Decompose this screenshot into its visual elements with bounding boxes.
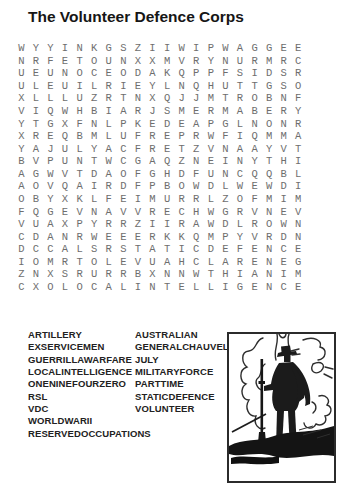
- grid-cell-r16c13: Q: [189, 231, 204, 244]
- grid-cell-r4c1: U: [14, 80, 29, 93]
- grid-cell-r1c12: W: [174, 42, 189, 55]
- grid-cell-r20c19: C: [276, 281, 291, 294]
- grid-cell-r6c3: Q: [43, 105, 58, 118]
- grid-cell-r9c2: A: [29, 143, 44, 156]
- grid-cell-r19c16: I: [233, 268, 248, 281]
- grid-cell-r2c18: M: [262, 55, 277, 68]
- grid-cell-r16c18: R: [262, 231, 277, 244]
- grid-cell-r13c19: I: [276, 193, 291, 206]
- grid-cell-r20c17: E: [247, 281, 262, 294]
- grid-cell-r20c16: G: [233, 281, 248, 294]
- grid-cell-r4c9: E: [131, 80, 146, 93]
- grid-cell-r1c19: E: [276, 42, 291, 55]
- grid-cell-r13c15: Z: [218, 193, 233, 206]
- grid-cell-r11c20: L: [291, 168, 306, 181]
- grid-cell-r9c5: L: [72, 143, 87, 156]
- grid-cell-r15c11: I: [160, 218, 175, 231]
- word-list-item: WORLDWARII: [28, 415, 151, 427]
- grid-cell-r16c12: K: [174, 231, 189, 244]
- grid-cell-r2c1: N: [14, 55, 29, 68]
- grid-cell-r10c20: I: [291, 155, 306, 168]
- grid-cell-r14c16: R: [233, 206, 248, 219]
- grid-cell-r14c17: V: [247, 206, 262, 219]
- grid-cell-r20c8: L: [116, 281, 131, 294]
- grid-cell-r5c12: J: [174, 92, 189, 105]
- grid-cell-r5c4: L: [58, 92, 73, 105]
- grid-cell-r20c14: L: [204, 281, 219, 294]
- grid-cell-r18c17: E: [247, 256, 262, 269]
- grid-cell-r11c11: H: [160, 168, 175, 181]
- grid-cell-r15c15: D: [218, 218, 233, 231]
- grid-cell-r11c15: N: [218, 168, 233, 181]
- grid-cell-r15c2: U: [29, 218, 44, 231]
- grid-cell-r13c2: B: [29, 193, 44, 206]
- grid-cell-r5c11: Q: [160, 92, 175, 105]
- grid-cell-r19c20: M: [291, 268, 306, 281]
- grid-cell-r14c7: A: [101, 206, 116, 219]
- grid-cell-r4c6: L: [87, 80, 102, 93]
- grid-cell-r12c7: R: [101, 180, 116, 193]
- grid-cell-r3c9: D: [131, 67, 146, 80]
- grid-cell-r6c15: M: [218, 105, 233, 118]
- grid-cell-r13c16: O: [233, 193, 248, 206]
- grid-cell-r7c5: F: [72, 117, 87, 130]
- grid-cell-r1c10: I: [145, 42, 160, 55]
- grid-cell-r20c9: I: [131, 281, 146, 294]
- grid-cell-r19c12: N: [174, 268, 189, 281]
- grid-cell-r6c6: B: [87, 105, 102, 118]
- grid-cell-r10c1: B: [14, 155, 29, 168]
- grid-cell-r4c15: U: [218, 80, 233, 93]
- grid-cell-r11c4: V: [58, 168, 73, 181]
- grid-cell-r1c16: A: [233, 42, 248, 55]
- grid-cell-r8c12: P: [174, 130, 189, 143]
- grid-cell-r12c14: D: [204, 180, 219, 193]
- grid-cell-r5c15: T: [218, 92, 233, 105]
- grid-cell-r14c5: V: [72, 206, 87, 219]
- grid-cell-r1c14: P: [204, 42, 219, 55]
- grid-cell-r7c13: A: [189, 117, 204, 130]
- grid-cell-r3c13: P: [189, 67, 204, 80]
- grid-cell-r3c1: U: [14, 67, 29, 80]
- grid-cell-r19c15: H: [218, 268, 233, 281]
- grid-cell-r12c4: Q: [58, 180, 73, 193]
- grid-cell-r8c13: R: [189, 130, 204, 143]
- grid-cell-r1c7: G: [101, 42, 116, 55]
- grid-cell-r4c12: N: [174, 80, 189, 93]
- grid-cell-r20c20: E: [291, 281, 306, 294]
- grid-cell-r15c7: R: [101, 218, 116, 231]
- grid-cell-r1c8: S: [116, 42, 131, 55]
- grid-cell-r20c12: E: [174, 281, 189, 294]
- grid-cell-r1c18: G: [262, 42, 277, 55]
- grid-cell-r12c3: V: [43, 180, 58, 193]
- grid-cell-r6c18: E: [262, 105, 277, 118]
- grid-cell-r5c1: X: [14, 92, 29, 105]
- grid-cell-r18c2: O: [29, 256, 44, 269]
- grid-cell-r20c2: X: [29, 281, 44, 294]
- grid-cell-r12c17: E: [247, 180, 262, 193]
- grid-cell-r6c5: H: [72, 105, 87, 118]
- grid-cell-r5c7: R: [101, 92, 116, 105]
- grid-cell-r13c6: L: [87, 193, 102, 206]
- grid-cell-r17c5: L: [72, 243, 87, 256]
- grid-cell-r4c3: E: [43, 80, 58, 93]
- grid-cell-r16c6: W: [87, 231, 102, 244]
- grid-cell-r10c10: A: [145, 155, 160, 168]
- grid-cell-r8c10: R: [145, 130, 160, 143]
- grid-cell-r11c2: G: [29, 168, 44, 181]
- grid-cell-r1c5: N: [72, 42, 87, 55]
- grid-cell-r6c8: A: [116, 105, 131, 118]
- grid-cell-r16c9: E: [131, 231, 146, 244]
- grid-cell-r3c7: E: [101, 67, 116, 80]
- grid-cell-r17c20: E: [291, 243, 306, 256]
- grid-cell-r2c8: N: [116, 55, 131, 68]
- grid-cell-r10c13: N: [189, 155, 204, 168]
- grid-cell-r19c2: N: [29, 268, 44, 281]
- grid-cell-r17c6: S: [87, 243, 102, 256]
- grid-cell-r5c17: O: [247, 92, 262, 105]
- word-list-item: AUSTRALIAN: [135, 329, 229, 341]
- grid-cell-r3c12: Q: [174, 67, 189, 80]
- grid-cell-r16c20: N: [291, 231, 306, 244]
- grid-cell-r10c18: T: [262, 155, 277, 168]
- grid-cell-r9c14: V: [204, 143, 219, 156]
- grid-cell-r2c9: X: [131, 55, 146, 68]
- grid-cell-r13c4: X: [58, 193, 73, 206]
- grid-cell-r5c19: N: [276, 92, 291, 105]
- grid-cell-r18c5: T: [72, 256, 87, 269]
- grid-cell-r7c12: E: [174, 117, 189, 130]
- grid-cell-r11c18: Q: [262, 168, 277, 181]
- grid-cell-r3c11: K: [160, 67, 175, 80]
- grid-cell-r15c20: N: [291, 218, 306, 231]
- grid-cell-r3c2: E: [29, 67, 44, 80]
- grid-cell-r2c3: F: [43, 55, 58, 68]
- grid-cell-r12c8: D: [116, 180, 131, 193]
- grid-cell-r10c4: U: [58, 155, 73, 168]
- grid-cell-r2c16: U: [233, 55, 248, 68]
- grid-cell-r17c17: E: [247, 243, 262, 256]
- grid-cell-r1c17: G: [247, 42, 262, 55]
- grid-cell-r8c2: R: [29, 130, 44, 143]
- grid-cell-r5c2: L: [29, 92, 44, 105]
- grid-cell-r5c18: B: [262, 92, 277, 105]
- grid-cell-r12c15: L: [218, 180, 233, 193]
- grid-cell-r14c4: E: [58, 206, 73, 219]
- grid-cell-r17c12: I: [174, 243, 189, 256]
- grid-cell-r2c2: R: [29, 55, 44, 68]
- grid-cell-r12c18: W: [262, 180, 277, 193]
- grid-cell-r11c8: O: [116, 168, 131, 181]
- word-list-item: ARTILLERY: [28, 329, 151, 341]
- grid-cell-r19c8: R: [116, 268, 131, 281]
- grid-cell-r9c13: Z: [189, 143, 204, 156]
- grid-cell-r17c3: C: [43, 243, 58, 256]
- grid-cell-r7c4: X: [58, 117, 73, 130]
- grid-cell-r16c5: R: [72, 231, 87, 244]
- grid-cell-r6c2: I: [29, 105, 44, 118]
- grid-cell-r9c19: V: [276, 143, 291, 156]
- grid-cell-r2c13: R: [189, 55, 204, 68]
- grid-cell-r7c14: P: [204, 117, 219, 130]
- grid-cell-r4c7: R: [101, 80, 116, 93]
- grid-cell-r16c4: N: [58, 231, 73, 244]
- grid-cell-r5c5: U: [72, 92, 87, 105]
- word-list-item: GUERRILLAWARFARE: [28, 354, 151, 366]
- grid-cell-r7c6: N: [87, 117, 102, 130]
- grid-cell-r2c7: U: [101, 55, 116, 68]
- grid-cell-r9c16: A: [233, 143, 248, 156]
- grid-cell-r18c1: I: [14, 256, 29, 269]
- grid-cell-r18c15: A: [218, 256, 233, 269]
- grid-cell-r4c19: S: [276, 80, 291, 93]
- grid-cell-r12c11: B: [160, 180, 175, 193]
- grid-cell-r9c6: Y: [87, 143, 102, 156]
- grid-cell-r16c17: V: [247, 231, 262, 244]
- grid-cell-r19c6: U: [87, 268, 102, 281]
- grid-cell-r4c14: H: [204, 80, 219, 93]
- word-list-item: VOLUNTEER: [135, 403, 229, 415]
- grid-cell-r9c17: A: [247, 143, 262, 156]
- grid-cell-r16c1: C: [14, 231, 29, 244]
- grid-cell-r4c16: T: [233, 80, 248, 93]
- grid-cell-r14c10: R: [145, 206, 160, 219]
- grid-cell-r19c10: X: [145, 268, 160, 281]
- grid-cell-r14c2: Q: [29, 206, 44, 219]
- grid-cell-r5c13: J: [189, 92, 204, 105]
- grid-cell-r5c10: X: [145, 92, 160, 105]
- grid-cell-r14c20: V: [291, 206, 306, 219]
- grid-cell-r14c11: E: [160, 206, 175, 219]
- grid-cell-r1c13: I: [189, 42, 204, 55]
- grid-cell-r10c6: T: [87, 155, 102, 168]
- grid-cell-r10c3: P: [43, 155, 58, 168]
- grid-cell-r8c14: W: [204, 130, 219, 143]
- grid-cell-r15c10: I: [145, 218, 160, 231]
- grid-cell-r20c15: I: [218, 281, 233, 294]
- grid-cell-r15c8: R: [116, 218, 131, 231]
- grid-cell-r14c14: W: [204, 206, 219, 219]
- grid-cell-r17c18: N: [262, 243, 277, 256]
- grid-cell-r10c12: Z: [174, 155, 189, 168]
- grid-cell-r2c19: R: [276, 55, 291, 68]
- grid-cell-r18c9: V: [131, 256, 146, 269]
- word-list-item: GENERALCHAUVEL: [135, 341, 229, 353]
- grid-cell-r20c7: A: [101, 281, 116, 294]
- grid-cell-r17c19: C: [276, 243, 291, 256]
- grid-cell-r4c11: L: [160, 80, 175, 93]
- grid-cell-r6c13: E: [189, 105, 204, 118]
- grid-cell-r15c12: R: [174, 218, 189, 231]
- grid-cell-r4c10: Y: [145, 80, 160, 93]
- rifle: [258, 359, 267, 448]
- grid-cell-r18c19: E: [276, 256, 291, 269]
- grid-cell-r18c13: C: [189, 256, 204, 269]
- grid-cell-r15c13: A: [189, 218, 204, 231]
- grid-cell-r10c17: Y: [247, 155, 262, 168]
- grid-cell-r9c9: F: [131, 143, 146, 156]
- grid-cell-r9c7: A: [101, 143, 116, 156]
- grid-cell-r16c19: D: [276, 231, 291, 244]
- grid-cell-r3c14: P: [204, 67, 219, 80]
- grid-cell-r9c18: Y: [262, 143, 277, 156]
- grid-cell-r13c14: L: [204, 193, 219, 206]
- grid-cell-r8c11: E: [160, 130, 175, 143]
- grid-cell-r8c15: F: [218, 130, 233, 143]
- grid-cell-r12c16: W: [233, 180, 248, 193]
- grid-cell-r1c15: W: [218, 42, 233, 55]
- grid-cell-r3c15: F: [218, 67, 233, 80]
- grid-cell-r11c13: F: [189, 168, 204, 181]
- grid-cell-r19c14: T: [204, 268, 219, 281]
- grid-cell-r19c4: S: [58, 268, 73, 281]
- grid-cell-r15c1: V: [14, 218, 29, 231]
- grid-cell-r8c20: A: [291, 130, 306, 143]
- grid-cell-r16c3: A: [43, 231, 58, 244]
- grid-cell-r9c11: E: [160, 143, 175, 156]
- grid-cell-r18c20: G: [291, 256, 306, 269]
- grid-cell-r15c18: O: [262, 218, 277, 231]
- grid-cell-r15c17: R: [247, 218, 262, 231]
- grid-cell-r19c1: Z: [14, 268, 29, 281]
- grid-cell-r5c14: M: [204, 92, 219, 105]
- grid-cell-r13c10: M: [145, 193, 160, 206]
- grid-cell-r16c10: R: [145, 231, 160, 244]
- word-list-item: VDC: [28, 403, 151, 415]
- grid-cell-r5c8: T: [116, 92, 131, 105]
- grid-cell-r14c3: G: [43, 206, 58, 219]
- grid-cell-r1c1: W: [14, 42, 29, 55]
- grid-cell-r5c20: F: [291, 92, 306, 105]
- grid-cell-r7c8: P: [116, 117, 131, 130]
- grid-cell-r16c7: E: [101, 231, 116, 244]
- grid-cell-r19c18: N: [262, 268, 277, 281]
- grid-cell-r16c15: P: [218, 231, 233, 244]
- grid-cell-r11c3: W: [43, 168, 58, 181]
- grid-cell-r15c6: Y: [87, 218, 102, 231]
- grid-cell-r2c6: O: [87, 55, 102, 68]
- word-search-grid: WYYINKGSZIIWIPWAGGEENRFETOUNXXMVRYNURMRC…: [14, 42, 306, 294]
- page-title: The Volunteer Defence Corps: [28, 8, 244, 26]
- grid-cell-r3c10: A: [145, 67, 160, 80]
- grid-cell-r3c20: R: [291, 67, 306, 80]
- grid-cell-r1c2: Y: [29, 42, 44, 55]
- grid-cell-r9c15: N: [218, 143, 233, 156]
- grid-cell-r19c17: A: [247, 268, 262, 281]
- grid-cell-r2c10: X: [145, 55, 160, 68]
- grid-cell-r5c9: N: [131, 92, 146, 105]
- grid-cell-r8c9: F: [131, 130, 146, 143]
- grid-cell-r3c16: S: [233, 67, 248, 80]
- grid-cell-r6c9: R: [131, 105, 146, 118]
- grid-cell-r11c19: B: [276, 168, 291, 181]
- grid-cell-r18c12: H: [174, 256, 189, 269]
- grid-cell-r13c7: F: [101, 193, 116, 206]
- grid-cell-r13c13: R: [189, 193, 204, 206]
- grid-cell-r17c9: T: [131, 243, 146, 256]
- grid-cell-r13c1: O: [14, 193, 29, 206]
- grid-cell-r6c7: I: [101, 105, 116, 118]
- grid-cell-r11c17: Q: [247, 168, 262, 181]
- grid-cell-r18c11: A: [160, 256, 175, 269]
- grid-cell-r17c11: T: [160, 243, 175, 256]
- grid-cell-r17c15: E: [218, 243, 233, 256]
- grid-cell-r11c6: D: [87, 168, 102, 181]
- grid-cell-r8c18: M: [262, 130, 277, 143]
- grid-cell-r9c12: T: [174, 143, 189, 156]
- grid-cell-r19c19: I: [276, 268, 291, 281]
- grid-cell-r14c1: F: [14, 206, 29, 219]
- grid-cell-r7c7: L: [101, 117, 116, 130]
- word-list-item: JULY: [135, 354, 229, 366]
- grid-cell-r19c5: R: [72, 268, 87, 281]
- grid-cell-r10c14: E: [204, 155, 219, 168]
- worksheet-page: The Volunteer Defence Corps WYYINKGSZIIW…: [0, 0, 353, 500]
- grid-cell-r13c5: K: [72, 193, 87, 206]
- grid-cell-r10c11: Q: [160, 155, 175, 168]
- grid-cell-r13c20: M: [291, 193, 306, 206]
- grid-cell-r15c9: Z: [131, 218, 146, 231]
- grid-cell-r6c19: R: [276, 105, 291, 118]
- grid-cell-r17c2: C: [29, 243, 44, 256]
- grid-cell-r9c10: R: [145, 143, 160, 156]
- grid-cell-r11c16: C: [233, 168, 248, 181]
- grid-cell-r7c10: E: [145, 117, 160, 130]
- grid-cell-r15c4: X: [58, 218, 73, 231]
- grid-cell-r11c10: G: [145, 168, 160, 181]
- grid-cell-r9c3: J: [43, 143, 58, 156]
- grid-cell-r12c20: I: [291, 180, 306, 193]
- grid-cell-r5c3: L: [43, 92, 58, 105]
- grid-cell-r13c9: I: [131, 193, 146, 206]
- grid-cell-r20c11: T: [160, 281, 175, 294]
- grid-cell-r6c1: V: [14, 105, 29, 118]
- grid-cell-r18c7: L: [101, 256, 116, 269]
- grid-cell-r6c12: M: [174, 105, 189, 118]
- grid-cell-r4c17: T: [247, 80, 262, 93]
- grid-cell-r11c7: A: [101, 168, 116, 181]
- grid-cell-r18c10: U: [145, 256, 160, 269]
- grid-cell-r7c9: K: [131, 117, 146, 130]
- grid-cell-r14c12: C: [174, 206, 189, 219]
- grid-cell-r12c9: F: [131, 180, 146, 193]
- grid-cell-r2c17: R: [247, 55, 262, 68]
- grid-cell-r10c5: N: [72, 155, 87, 168]
- grid-cell-r16c11: K: [160, 231, 175, 244]
- grid-cell-r3c6: C: [87, 67, 102, 80]
- grid-cell-r18c18: N: [262, 256, 277, 269]
- grid-cell-r8c5: B: [72, 130, 87, 143]
- grid-cell-r7c20: R: [291, 117, 306, 130]
- grid-cell-r8c1: X: [14, 130, 29, 143]
- grid-cell-r18c6: O: [87, 256, 102, 269]
- soldier-illustration: [227, 332, 336, 483]
- grid-cell-r9c1: Y: [14, 143, 29, 156]
- grid-cell-r8c16: I: [233, 130, 248, 143]
- grid-cell-r12c12: O: [174, 180, 189, 193]
- grid-cell-r6c11: S: [160, 105, 175, 118]
- grid-cell-r3c19: S: [276, 67, 291, 80]
- grid-cell-r6c20: Y: [291, 105, 306, 118]
- grid-cell-r19c9: B: [131, 268, 146, 281]
- grid-cell-r7c17: N: [247, 117, 262, 130]
- grid-cell-r5c16: R: [233, 92, 248, 105]
- grid-cell-r8c8: U: [116, 130, 131, 143]
- grid-cell-r1c6: K: [87, 42, 102, 55]
- grid-cell-r3c5: O: [72, 67, 87, 80]
